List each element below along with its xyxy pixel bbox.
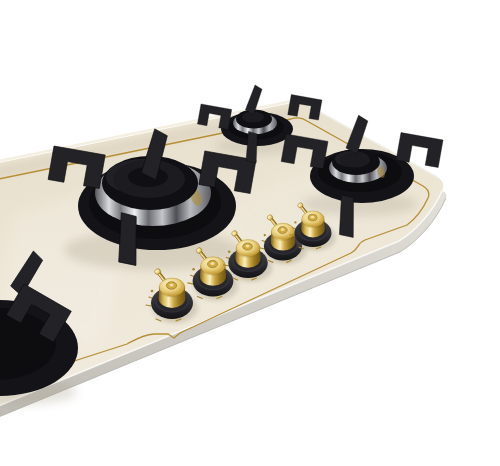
gas-hob-render <box>0 0 500 466</box>
cap-plate <box>340 153 370 168</box>
product-photo <box>0 0 500 466</box>
cooktop <box>0 84 447 423</box>
